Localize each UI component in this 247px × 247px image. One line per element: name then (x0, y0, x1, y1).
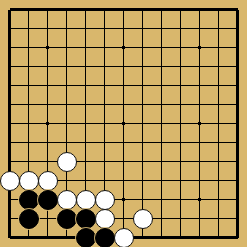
go-board-diagram (0, 0, 247, 247)
black-stone (57, 209, 77, 229)
black-stone (38, 190, 58, 210)
white-stone (57, 190, 77, 210)
black-stone (95, 228, 115, 247)
black-stone (19, 209, 39, 229)
stones-layer (0, 0, 247, 247)
black-stone (19, 190, 39, 210)
black-stone (76, 228, 96, 247)
white-stone (95, 190, 115, 210)
white-stone (114, 228, 134, 247)
go-board[interactable] (0, 0, 247, 247)
white-stone (95, 209, 115, 229)
white-stone (0, 171, 20, 191)
white-stone (57, 152, 77, 172)
white-stone (133, 209, 153, 229)
white-stone (76, 190, 96, 210)
white-stone (19, 171, 39, 191)
white-stone (38, 171, 58, 191)
black-stone (76, 209, 96, 229)
